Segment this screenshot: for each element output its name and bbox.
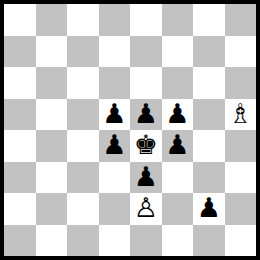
black-pawn-d4: ♟	[102, 131, 126, 158]
board-square-f2[interactable]	[162, 193, 194, 225]
chess-board: ♟♟♟♗♟♚♟♟♙♟	[4, 4, 256, 256]
board-square-f3[interactable]	[162, 162, 194, 194]
board-square-a4[interactable]	[4, 130, 36, 162]
black-pawn-e3: ♟	[134, 163, 158, 190]
board-square-c8[interactable]	[67, 4, 99, 36]
board-square-d8[interactable]	[99, 4, 131, 36]
board-square-f8[interactable]	[162, 4, 194, 36]
board-square-h1[interactable]	[225, 225, 257, 257]
board-square-c6[interactable]	[67, 67, 99, 99]
board-square-f5[interactable]: ♟	[162, 99, 194, 131]
black-king-e4: ♚	[134, 131, 158, 158]
board-square-d3[interactable]	[99, 162, 131, 194]
board-square-a2[interactable]	[4, 193, 36, 225]
white-pawn-e2: ♙	[134, 194, 158, 221]
board-square-e7[interactable]	[130, 36, 162, 68]
board-square-f1[interactable]	[162, 225, 194, 257]
board-square-a1[interactable]	[4, 225, 36, 257]
board-square-b8[interactable]	[36, 4, 68, 36]
black-pawn-g2: ♟	[197, 194, 221, 221]
black-pawn-f4: ♟	[165, 131, 189, 158]
board-square-h8[interactable]	[225, 4, 257, 36]
board-square-a5[interactable]	[4, 99, 36, 131]
black-pawn-e5: ♟	[134, 100, 158, 127]
board-square-e8[interactable]	[130, 4, 162, 36]
board-square-h7[interactable]	[225, 36, 257, 68]
board-square-d5[interactable]: ♟	[99, 99, 131, 131]
board-square-e1[interactable]	[130, 225, 162, 257]
board-square-b5[interactable]	[36, 99, 68, 131]
board-square-f6[interactable]	[162, 67, 194, 99]
board-square-h3[interactable]	[225, 162, 257, 194]
board-square-e6[interactable]	[130, 67, 162, 99]
board-square-a3[interactable]	[4, 162, 36, 194]
board-square-d6[interactable]	[99, 67, 131, 99]
board-square-f7[interactable]	[162, 36, 194, 68]
chess-board-frame: ♟♟♟♗♟♚♟♟♙♟	[0, 0, 260, 260]
board-square-h6[interactable]	[225, 67, 257, 99]
board-square-g5[interactable]	[193, 99, 225, 131]
board-square-b3[interactable]	[36, 162, 68, 194]
black-pawn-d5: ♟	[102, 100, 126, 127]
board-square-c3[interactable]	[67, 162, 99, 194]
board-square-b4[interactable]	[36, 130, 68, 162]
board-square-g1[interactable]	[193, 225, 225, 257]
board-square-h4[interactable]	[225, 130, 257, 162]
board-square-b1[interactable]	[36, 225, 68, 257]
board-square-d1[interactable]	[99, 225, 131, 257]
board-square-g8[interactable]	[193, 4, 225, 36]
board-square-c2[interactable]	[67, 193, 99, 225]
board-square-g2[interactable]: ♟	[193, 193, 225, 225]
board-square-c5[interactable]	[67, 99, 99, 131]
board-square-f4[interactable]: ♟	[162, 130, 194, 162]
board-square-g4[interactable]	[193, 130, 225, 162]
board-square-h2[interactable]	[225, 193, 257, 225]
board-square-g3[interactable]	[193, 162, 225, 194]
board-square-b7[interactable]	[36, 36, 68, 68]
black-pawn-f5: ♟	[165, 100, 189, 127]
board-square-g7[interactable]	[193, 36, 225, 68]
board-square-a7[interactable]	[4, 36, 36, 68]
board-square-e4[interactable]: ♚	[130, 130, 162, 162]
board-square-g6[interactable]	[193, 67, 225, 99]
board-square-h5[interactable]: ♗	[225, 99, 257, 131]
board-square-b6[interactable]	[36, 67, 68, 99]
board-square-b2[interactable]	[36, 193, 68, 225]
board-square-d4[interactable]: ♟	[99, 130, 131, 162]
board-square-e5[interactable]: ♟	[130, 99, 162, 131]
board-square-e2[interactable]: ♙	[130, 193, 162, 225]
white-bishop-h5: ♗	[228, 100, 252, 127]
board-square-e3[interactable]: ♟	[130, 162, 162, 194]
board-square-d7[interactable]	[99, 36, 131, 68]
board-square-c7[interactable]	[67, 36, 99, 68]
board-square-c4[interactable]	[67, 130, 99, 162]
board-square-a6[interactable]	[4, 67, 36, 99]
board-square-d2[interactable]	[99, 193, 131, 225]
board-square-a8[interactable]	[4, 4, 36, 36]
board-square-c1[interactable]	[67, 225, 99, 257]
